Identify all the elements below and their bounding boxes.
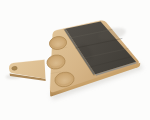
product-photo bbox=[0, 0, 150, 120]
serving-board-photo bbox=[0, 0, 150, 120]
handle-hole bbox=[12, 66, 18, 70]
